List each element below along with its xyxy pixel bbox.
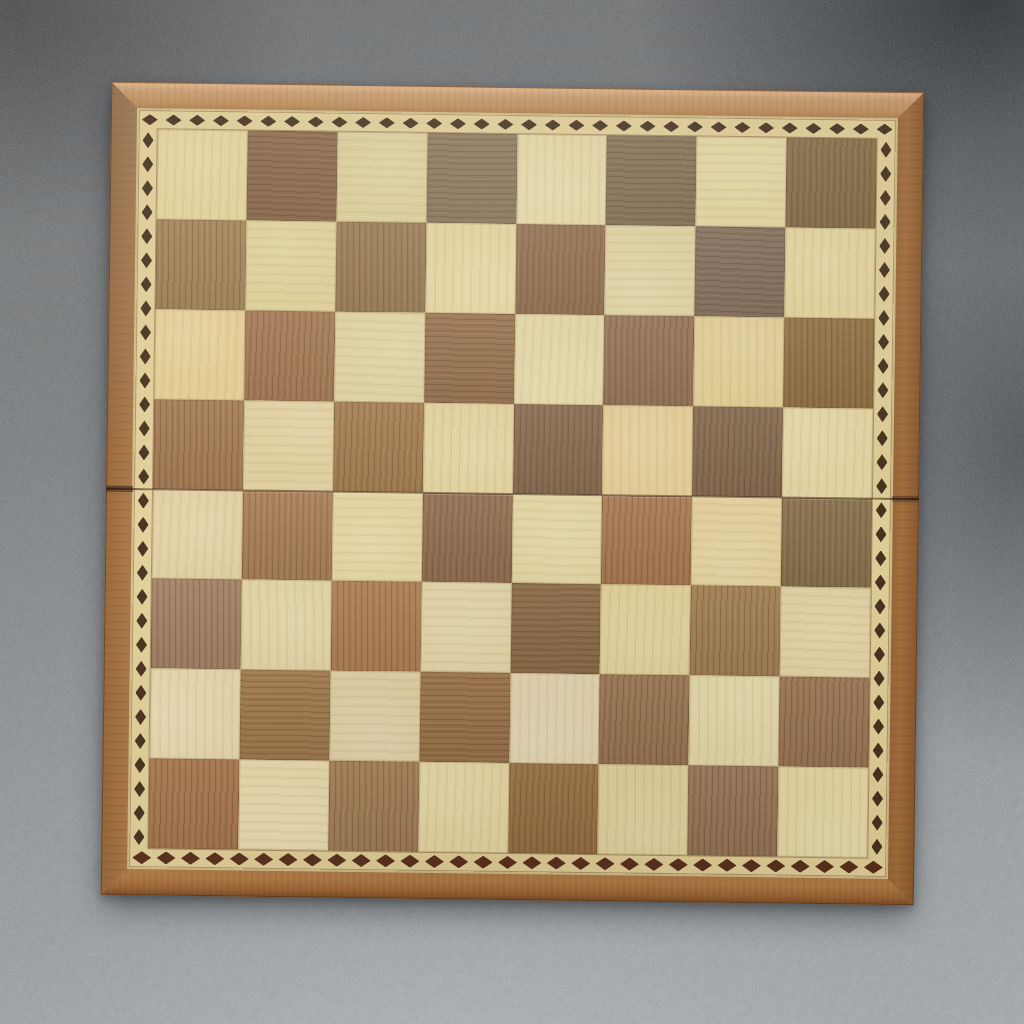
inlay-diamond (139, 420, 150, 436)
chess-board (101, 82, 925, 906)
square-a7[interactable] (155, 219, 246, 310)
inlay-diamond (135, 733, 146, 749)
inlay-diamond (873, 743, 884, 759)
square-b5[interactable] (243, 400, 334, 491)
inlay-diamond (134, 757, 145, 773)
inlay-diamond (595, 857, 614, 870)
inlay-diamond (181, 852, 200, 865)
inlay-diamond (303, 853, 322, 866)
square-b6[interactable] (244, 310, 335, 401)
square-c8[interactable] (336, 132, 427, 223)
square-d6[interactable] (424, 313, 515, 404)
inlay-diamond (142, 114, 158, 125)
inlay-diamond (571, 857, 590, 870)
inlay-diamond (449, 855, 468, 868)
scene (0, 0, 1024, 1024)
square-c1[interactable] (328, 761, 419, 852)
square-g2[interactable] (689, 676, 780, 767)
inlay-diamond (879, 286, 890, 302)
square-d2[interactable] (419, 672, 510, 763)
inlay-diamond (137, 589, 148, 605)
inlay-diamond (474, 856, 493, 869)
inlay-diamond (874, 622, 885, 638)
square-a1[interactable] (148, 758, 239, 849)
inlay-diamond (878, 358, 889, 374)
square-d5[interactable] (423, 402, 514, 493)
inlay-diamond (782, 122, 798, 133)
inlay-diamond (308, 116, 324, 127)
square-h7[interactable] (784, 227, 875, 318)
inlay-diamond (137, 517, 148, 533)
inlay-diamond (877, 406, 888, 422)
inlay-diamond (872, 791, 883, 807)
inlay-diamond (136, 637, 147, 653)
square-e7[interactable] (515, 224, 606, 315)
inlay-diamond (877, 124, 893, 135)
inlay-diamond (880, 166, 891, 182)
inlay-diamond (425, 855, 444, 868)
inlay-diamond (135, 685, 146, 701)
inlay-diamond (141, 276, 152, 292)
inlay-diamond (139, 396, 150, 412)
inlay-diamond (874, 646, 885, 662)
inlay-diamond (791, 860, 810, 873)
inlay-diamond (878, 334, 889, 350)
inlay-diamond (138, 445, 149, 461)
inlay-diamond (839, 860, 858, 873)
inlay-diamond (875, 526, 886, 542)
square-c4[interactable] (332, 491, 423, 582)
square-f3[interactable] (600, 585, 691, 676)
square-c5[interactable] (333, 401, 424, 492)
square-g8[interactable] (696, 136, 787, 227)
inlay-diamond (879, 214, 890, 230)
inlay-diamond (327, 854, 346, 867)
square-h1[interactable] (777, 767, 868, 858)
square-b3[interactable] (241, 580, 332, 671)
square-f4[interactable] (601, 495, 692, 586)
inlay-diamond (213, 115, 229, 126)
inlay-diamond (829, 123, 845, 134)
inlay-diamond (687, 121, 703, 132)
inlay-diamond (165, 114, 181, 125)
square-g1[interactable] (688, 765, 779, 856)
inlay-diamond (734, 122, 750, 133)
inlay-diamond (254, 853, 273, 866)
inlay-diamond (400, 855, 419, 868)
inlay-diamond (138, 469, 149, 485)
inlay-diamond (758, 122, 774, 133)
inlay-diamond (140, 324, 151, 340)
inlay-diamond (711, 122, 727, 133)
square-h3[interactable] (780, 587, 871, 678)
square-g6[interactable] (693, 316, 784, 407)
inlay-diamond (157, 851, 176, 864)
playing-field (148, 129, 876, 857)
inlay-diamond (620, 857, 639, 870)
square-g3[interactable] (690, 586, 781, 677)
square-f5[interactable] (602, 405, 693, 496)
inlay-diamond (669, 858, 688, 871)
square-f6[interactable] (604, 315, 695, 406)
square-f1[interactable] (598, 764, 689, 855)
inlay-diamond (260, 116, 276, 127)
square-a8[interactable] (157, 129, 248, 220)
inlay-diamond (142, 156, 153, 172)
square-c3[interactable] (330, 581, 421, 672)
inlay-diamond (137, 565, 148, 581)
inlay-diamond (766, 859, 785, 872)
inlay-diamond (876, 478, 887, 494)
inlay-diamond (876, 454, 887, 470)
inlay-diamond (663, 121, 679, 132)
square-b1[interactable] (238, 760, 329, 851)
inlay-diamond (805, 123, 821, 134)
square-e5[interactable] (513, 404, 604, 495)
inlay-diamond (403, 118, 419, 129)
square-a5[interactable] (153, 399, 244, 490)
inlay-diamond (141, 252, 152, 268)
inlay-diamond (879, 238, 890, 254)
square-f7[interactable] (605, 225, 696, 316)
inlay-diamond (142, 132, 153, 148)
square-d4[interactable] (421, 492, 512, 583)
square-d7[interactable] (425, 223, 516, 314)
inlay-diamond (135, 709, 146, 725)
inlay-diamond (189, 115, 205, 126)
inlay-diamond (742, 859, 761, 872)
square-a2[interactable] (150, 669, 241, 760)
square-e8[interactable] (516, 134, 607, 225)
inlay-diamond (376, 854, 395, 867)
inlay-diamond (450, 118, 466, 129)
inlay-diamond (568, 120, 584, 131)
square-c6[interactable] (334, 311, 425, 402)
square-g4[interactable] (691, 496, 782, 587)
inlay-diamond (873, 694, 884, 710)
square-f2[interactable] (599, 674, 690, 765)
inlay-diamond (640, 121, 656, 132)
square-d3[interactable] (420, 582, 511, 673)
square-d1[interactable] (418, 762, 509, 853)
inlay-diamond (498, 856, 517, 869)
inlay-diamond (331, 117, 347, 128)
inlay-diamond (871, 839, 882, 855)
inlay-diamond (874, 670, 885, 686)
square-e6[interactable] (514, 314, 605, 405)
square-e4[interactable] (511, 494, 602, 585)
inlay-diamond (497, 119, 513, 130)
inlay-diamond (547, 856, 566, 869)
inlay-diamond (230, 852, 249, 865)
inlay-diamond (141, 228, 152, 244)
inlay-diamond (872, 767, 883, 783)
inlay-diamond (139, 372, 150, 388)
square-a3[interactable] (151, 579, 242, 670)
square-b7[interactable] (245, 220, 336, 311)
inlay-diamond (138, 493, 149, 509)
inlay-diamond (873, 718, 884, 734)
inlay-diamond (616, 120, 632, 131)
square-h5[interactable] (782, 407, 873, 498)
inlay-diamond (134, 781, 145, 797)
square-b2[interactable] (239, 670, 330, 761)
inlay-diamond (717, 859, 736, 872)
inlay-diamond (352, 854, 371, 867)
square-a4[interactable] (152, 489, 243, 580)
inlay-diamond (874, 598, 885, 614)
square-b4[interactable] (242, 490, 333, 581)
inlay-diamond (474, 118, 490, 129)
inlay-diamond (237, 115, 253, 126)
square-h4[interactable] (781, 497, 872, 588)
inlay-diamond (693, 858, 712, 871)
inlay-diamond (521, 119, 537, 130)
inlay-diamond (355, 117, 371, 128)
inlay-diamond (877, 430, 888, 446)
inlay-diamond (872, 815, 883, 831)
inlay-diamond (592, 120, 608, 131)
inlay-diamond (879, 262, 890, 278)
inlay-diamond (545, 119, 561, 130)
inlay-diamond (284, 116, 300, 127)
square-g7[interactable] (695, 226, 786, 317)
inlay-diamond (880, 190, 891, 206)
square-b8[interactable] (246, 131, 337, 222)
square-h2[interactable] (779, 677, 870, 768)
square-c2[interactable] (329, 671, 420, 762)
inlay-diamond (644, 858, 663, 871)
square-a6[interactable] (154, 309, 245, 400)
inlay-diamond (853, 123, 869, 134)
inlay-diamond (426, 118, 442, 129)
square-e1[interactable] (508, 763, 599, 854)
inlay-diamond (136, 661, 147, 677)
inlay-diamond (133, 829, 144, 845)
inlay-diamond (134, 805, 145, 821)
inlay-diamond (522, 856, 541, 869)
inlay-diamond (875, 574, 886, 590)
inlay-diamond (132, 851, 151, 864)
square-e2[interactable] (509, 673, 600, 764)
square-g5[interactable] (692, 406, 783, 497)
square-c7[interactable] (335, 222, 426, 313)
inlay-diamond (875, 550, 886, 566)
inlay-diamond (142, 204, 153, 220)
inlay-diamond (880, 142, 891, 158)
square-h8[interactable] (786, 138, 877, 229)
inlay-diamond (205, 852, 224, 865)
inlay-diamond (815, 860, 834, 873)
inlay-diamond (278, 853, 297, 866)
inlay-diamond (140, 348, 151, 364)
inlay-diamond (877, 382, 888, 398)
inlay-diamond (878, 310, 889, 326)
inlay-diamond (137, 541, 148, 557)
square-d8[interactable] (426, 133, 517, 224)
inlay-diamond (136, 613, 147, 629)
inlay-diamond (876, 502, 887, 518)
inlay-diamond (864, 861, 883, 874)
inlay-diamond (140, 300, 151, 316)
inlay-diamond (142, 180, 153, 196)
square-e3[interactable] (510, 583, 601, 674)
square-f8[interactable] (606, 135, 697, 226)
inlay-diamond (379, 117, 395, 128)
square-h6[interactable] (783, 317, 874, 408)
